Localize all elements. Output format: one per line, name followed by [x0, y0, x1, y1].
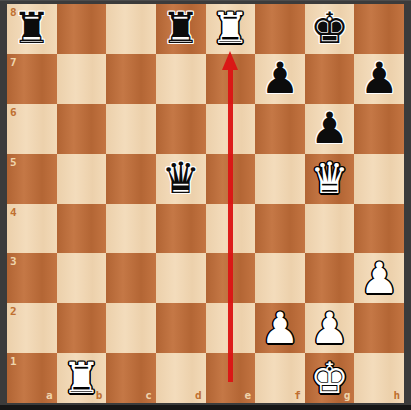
square-e5[interactable]	[206, 154, 256, 204]
square-a7[interactable]: 7	[7, 54, 57, 104]
coord-rank-3: 3	[10, 255, 17, 268]
coord-file-c: c	[145, 389, 152, 402]
piece-white-queen[interactable]: ♛	[305, 154, 355, 204]
square-d7[interactable]	[156, 54, 206, 104]
square-e1[interactable]: e	[206, 353, 256, 403]
square-b1[interactable]: b♜	[57, 353, 107, 403]
square-d6[interactable]	[156, 104, 206, 154]
square-d4[interactable]	[156, 204, 206, 254]
square-h3[interactable]: ♟	[354, 253, 404, 303]
coord-file-e: e	[245, 389, 252, 402]
square-f2[interactable]: ♟	[255, 303, 305, 353]
square-f7[interactable]: ♟	[255, 54, 305, 104]
chess-board[interactable]: 8♜♜♜♚7♟♟6♟5♛♛43♟2♟♟1ab♜cdefg♚h	[7, 4, 404, 403]
piece-white-pawn[interactable]: ♟	[354, 253, 404, 303]
square-d8[interactable]: ♜	[156, 4, 206, 54]
square-b5[interactable]	[57, 154, 107, 204]
square-e8[interactable]: ♜	[206, 4, 256, 54]
square-c8[interactable]	[106, 4, 156, 54]
piece-black-pawn[interactable]: ♟	[354, 54, 404, 104]
square-c7[interactable]	[106, 54, 156, 104]
square-f3[interactable]	[255, 253, 305, 303]
coord-rank-5: 5	[10, 156, 17, 169]
coord-file-b: b	[96, 389, 103, 402]
square-f5[interactable]	[255, 154, 305, 204]
square-b7[interactable]	[57, 54, 107, 104]
coord-file-f: f	[294, 389, 301, 402]
square-h4[interactable]	[354, 204, 404, 254]
square-g1[interactable]: g♚	[305, 353, 355, 403]
piece-white-pawn[interactable]: ♟	[255, 303, 305, 353]
square-b4[interactable]	[57, 204, 107, 254]
square-e4[interactable]	[206, 204, 256, 254]
square-h1[interactable]: h	[354, 353, 404, 403]
square-g7[interactable]	[305, 54, 355, 104]
square-b3[interactable]	[57, 253, 107, 303]
square-d1[interactable]: d	[156, 353, 206, 403]
coord-file-a: a	[46, 389, 53, 402]
square-b2[interactable]	[57, 303, 107, 353]
square-a4[interactable]: 4	[7, 204, 57, 254]
square-g2[interactable]: ♟	[305, 303, 355, 353]
square-f6[interactable]	[255, 104, 305, 154]
coord-rank-7: 7	[10, 56, 17, 69]
square-c3[interactable]	[106, 253, 156, 303]
square-g3[interactable]	[305, 253, 355, 303]
piece-black-pawn[interactable]: ♟	[305, 104, 355, 154]
coord-rank-8: 8	[10, 6, 17, 19]
piece-black-rook[interactable]: ♜	[156, 4, 206, 54]
square-a8[interactable]: 8♜	[7, 4, 57, 54]
piece-black-pawn[interactable]: ♟	[255, 54, 305, 104]
square-d2[interactable]	[156, 303, 206, 353]
piece-white-pawn[interactable]: ♟	[305, 303, 355, 353]
square-h7[interactable]: ♟	[354, 54, 404, 104]
square-e3[interactable]	[206, 253, 256, 303]
square-e2[interactable]	[206, 303, 256, 353]
square-c6[interactable]	[106, 104, 156, 154]
piece-black-king[interactable]: ♚	[305, 4, 355, 54]
coord-file-d: d	[195, 389, 202, 402]
frame-bottom-shadow	[0, 405, 411, 410]
square-a1[interactable]: 1a	[7, 353, 57, 403]
square-c2[interactable]	[106, 303, 156, 353]
square-c5[interactable]	[106, 154, 156, 204]
square-f8[interactable]	[255, 4, 305, 54]
square-h8[interactable]	[354, 4, 404, 54]
square-a3[interactable]: 3	[7, 253, 57, 303]
square-d3[interactable]	[156, 253, 206, 303]
square-g8[interactable]: ♚	[305, 4, 355, 54]
coord-file-h: h	[393, 389, 400, 402]
square-h2[interactable]	[354, 303, 404, 353]
square-g6[interactable]: ♟	[305, 104, 355, 154]
square-a5[interactable]: 5	[7, 154, 57, 204]
piece-black-queen[interactable]: ♛	[156, 154, 206, 204]
square-c4[interactable]	[106, 204, 156, 254]
square-e6[interactable]	[206, 104, 256, 154]
coord-rank-1: 1	[10, 355, 17, 368]
square-a6[interactable]: 6	[7, 104, 57, 154]
square-f4[interactable]	[255, 204, 305, 254]
piece-white-rook[interactable]: ♜	[206, 4, 256, 54]
coord-rank-6: 6	[10, 106, 17, 119]
square-a2[interactable]: 2	[7, 303, 57, 353]
square-b6[interactable]	[57, 104, 107, 154]
coord-rank-2: 2	[10, 305, 17, 318]
square-g4[interactable]	[305, 204, 355, 254]
square-d5[interactable]: ♛	[156, 154, 206, 204]
coord-rank-4: 4	[10, 206, 17, 219]
square-f1[interactable]: f	[255, 353, 305, 403]
square-c1[interactable]: c	[106, 353, 156, 403]
square-g5[interactable]: ♛	[305, 154, 355, 204]
square-b8[interactable]	[57, 4, 107, 54]
square-h5[interactable]	[354, 154, 404, 204]
square-e7[interactable]	[206, 54, 256, 104]
square-h6[interactable]	[354, 104, 404, 154]
board-frame: 8♜♜♜♚7♟♟6♟5♛♛43♟2♟♟1ab♜cdefg♚h	[0, 0, 411, 410]
coord-file-g: g	[344, 389, 351, 402]
